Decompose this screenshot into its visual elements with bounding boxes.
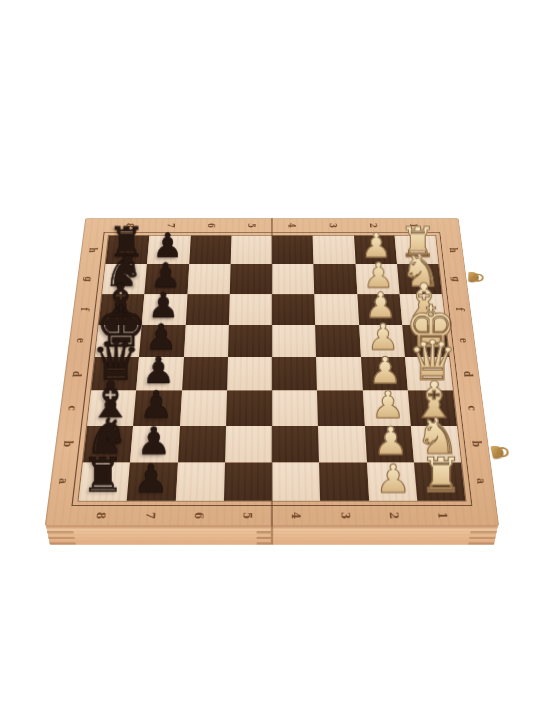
photo-scene: hgfedcba hgfedcba 87654321 87654321 ♜♟♟♜…	[0, 0, 540, 720]
square-a3[interactable]	[319, 462, 368, 500]
square-e5[interactable]	[228, 325, 272, 357]
square-b6[interactable]	[178, 426, 226, 463]
black-pawn-b7[interactable]: ♟	[130, 422, 177, 460]
finger-joint-right	[468, 528, 498, 544]
square-a8[interactable]: ♜	[79, 462, 131, 500]
black-pawn-a7[interactable]: ♟	[127, 460, 175, 499]
black-rook-a8[interactable]: ♜	[79, 451, 127, 499]
square-g4[interactable]	[272, 264, 314, 294]
square-h4[interactable]	[272, 236, 314, 265]
chess-board: hgfedcba hgfedcba 87654321 87654321 ♜♟♟♜…	[45, 218, 500, 526]
square-a4[interactable]	[272, 462, 320, 500]
square-d3[interactable]	[316, 357, 362, 391]
square-d5[interactable]	[227, 357, 272, 391]
square-e4[interactable]	[272, 325, 316, 357]
square-h6[interactable]	[189, 236, 231, 265]
square-b3[interactable]	[318, 426, 366, 463]
white-rook-a1[interactable]: ♜	[417, 451, 465, 499]
finger-joint-center	[257, 528, 271, 544]
square-g6[interactable]	[187, 264, 230, 294]
square-b4[interactable]	[272, 426, 319, 463]
square-h5[interactable]	[230, 236, 272, 265]
square-e3[interactable]	[315, 325, 360, 357]
square-d4[interactable]	[272, 357, 317, 391]
square-h3[interactable]	[313, 236, 355, 265]
square-a2[interactable]: ♟	[366, 462, 417, 500]
square-a1[interactable]: ♜	[414, 462, 466, 500]
square-e6[interactable]	[184, 325, 229, 357]
square-a7[interactable]: ♟	[127, 462, 178, 500]
box-front-seam	[271, 526, 273, 545]
finger-joint-left	[46, 528, 76, 544]
white-pawn-b2[interactable]: ♟	[366, 422, 413, 460]
square-a5[interactable]	[224, 462, 272, 500]
square-g5[interactable]	[230, 264, 272, 294]
square-d6[interactable]	[182, 357, 228, 391]
brass-clasp-icon	[490, 445, 504, 458]
brass-clasp-icon	[468, 272, 479, 283]
square-a6[interactable]	[175, 462, 224, 500]
square-b5[interactable]	[225, 426, 272, 463]
box-front-face	[46, 526, 498, 545]
white-pawn-a2[interactable]: ♟	[369, 460, 417, 499]
square-g3[interactable]	[314, 264, 357, 294]
